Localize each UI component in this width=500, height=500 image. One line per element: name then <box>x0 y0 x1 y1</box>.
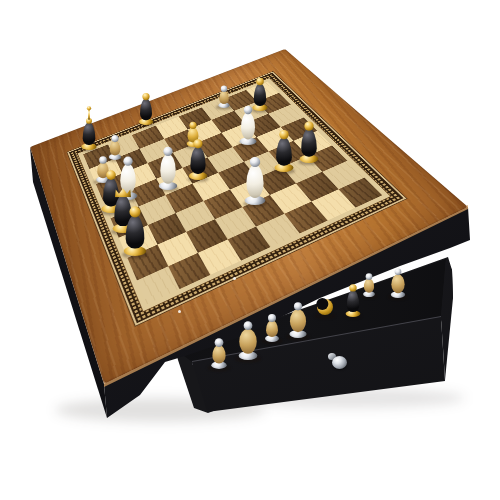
drawer-knob <box>332 356 347 369</box>
dust-speck <box>178 310 181 313</box>
dust-speck <box>233 277 236 280</box>
chess-set-product-photo <box>0 0 500 500</box>
